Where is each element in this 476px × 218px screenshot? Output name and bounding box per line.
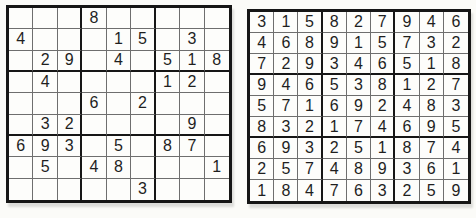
cell-r8c2: 5 xyxy=(33,157,57,178)
cell-r3c3: 9 xyxy=(298,54,322,75)
cell-r6c5 xyxy=(107,115,131,136)
cell-r7c9: 4 xyxy=(444,138,468,159)
cell-r8c1 xyxy=(9,157,33,178)
cell-r5c1 xyxy=(9,93,33,114)
cell-r7c7: 8 xyxy=(156,136,180,157)
cell-r5c6: 2 xyxy=(371,96,395,117)
cell-r9c9 xyxy=(205,179,229,200)
cell-r2c2: 6 xyxy=(274,33,298,54)
cell-r2c4: 9 xyxy=(323,33,347,54)
cell-r8c6 xyxy=(131,157,155,178)
cell-r7c5: 5 xyxy=(347,138,371,159)
cell-r3c7: 5 xyxy=(395,54,419,75)
cell-r1c4: 8 xyxy=(323,12,347,33)
cell-r8c8 xyxy=(180,157,204,178)
cell-r8c4: 4 xyxy=(323,159,347,180)
cell-r9c2: 8 xyxy=(274,180,298,201)
cell-r2c7 xyxy=(156,29,180,50)
sudoku-solution-grid: 3158279464689157327293465189465381275716… xyxy=(247,9,471,204)
cell-r3c9: 8 xyxy=(205,51,229,72)
cell-r6c7: 6 xyxy=(395,117,419,138)
cell-r6c2: 3 xyxy=(33,115,57,136)
cell-r3c4: 3 xyxy=(323,54,347,75)
cell-r5c4: 6 xyxy=(82,93,106,114)
cell-r8c9: 1 xyxy=(444,159,468,180)
cell-r2c1: 4 xyxy=(250,33,274,54)
cell-r4c1: 9 xyxy=(250,75,274,96)
cell-r9c1: 1 xyxy=(250,180,274,201)
cell-r6c5: 7 xyxy=(347,117,371,138)
cell-r8c9: 1 xyxy=(205,157,229,178)
cell-r7c1: 6 xyxy=(9,136,33,157)
cell-r4c9 xyxy=(205,72,229,93)
cell-r2c9: 2 xyxy=(444,33,468,54)
cell-r9c8: 5 xyxy=(420,180,444,201)
cell-r5c2 xyxy=(33,93,57,114)
cell-r3c9: 8 xyxy=(444,54,468,75)
cell-r8c8: 6 xyxy=(420,159,444,180)
cell-r4c5 xyxy=(107,72,131,93)
cell-r1c9 xyxy=(205,8,229,29)
cell-r2c5: 1 xyxy=(107,29,131,50)
cell-r7c8: 7 xyxy=(420,138,444,159)
cell-r1c7: 9 xyxy=(395,12,419,33)
cell-r2c6: 5 xyxy=(131,29,155,50)
cell-r3c4 xyxy=(82,51,106,72)
cell-r4c4 xyxy=(82,72,106,93)
cell-r9c3 xyxy=(58,179,82,200)
cell-r9c3: 4 xyxy=(298,180,322,201)
cell-r7c4: 2 xyxy=(323,138,347,159)
cell-r2c6: 5 xyxy=(371,33,395,54)
cell-r3c3: 9 xyxy=(58,51,82,72)
cell-r1c4: 8 xyxy=(82,8,106,29)
cell-r7c1: 6 xyxy=(250,138,274,159)
cell-r2c3 xyxy=(58,29,82,50)
cell-r8c5: 8 xyxy=(107,157,131,178)
cell-r3c6: 6 xyxy=(371,54,395,75)
cell-r7c6: 1 xyxy=(371,138,395,159)
cell-r4c7: 1 xyxy=(156,72,180,93)
cell-r9c2 xyxy=(33,179,57,200)
cell-r6c8: 9 xyxy=(420,117,444,138)
cell-r1c8: 4 xyxy=(420,12,444,33)
cell-r5c8 xyxy=(180,93,204,114)
cell-r8c6: 9 xyxy=(371,159,395,180)
cell-r8c5: 8 xyxy=(347,159,371,180)
cell-r4c3: 6 xyxy=(298,75,322,96)
cell-r5c7: 4 xyxy=(395,96,419,117)
cell-r9c6: 3 xyxy=(371,180,395,201)
cell-r4c6: 8 xyxy=(371,75,395,96)
cell-r7c2: 9 xyxy=(33,136,57,157)
cell-r6c8: 9 xyxy=(180,115,204,136)
cell-r2c7: 7 xyxy=(395,33,419,54)
cell-r9c9: 9 xyxy=(444,180,468,201)
cell-r7c4 xyxy=(82,136,106,157)
cell-r2c2 xyxy=(33,29,57,50)
cell-r6c4 xyxy=(82,115,106,136)
cell-r5c7 xyxy=(156,93,180,114)
page: 841532945184126232969358754813 315827946… xyxy=(0,0,476,218)
cell-r1c5 xyxy=(107,8,131,29)
cell-r3c8: 1 xyxy=(180,51,204,72)
cell-r7c2: 9 xyxy=(274,138,298,159)
cell-r5c5 xyxy=(107,93,131,114)
cell-r1c1: 3 xyxy=(250,12,274,33)
cell-r4c1 xyxy=(9,72,33,93)
cell-r7c9 xyxy=(205,136,229,157)
cell-r4c4: 5 xyxy=(323,75,347,96)
cell-r5c8: 8 xyxy=(420,96,444,117)
cell-r6c9: 5 xyxy=(444,117,468,138)
cell-r3c2: 2 xyxy=(274,54,298,75)
cell-r1c2: 1 xyxy=(274,12,298,33)
cell-r9c4 xyxy=(82,179,106,200)
cell-r2c8: 3 xyxy=(180,29,204,50)
cell-r6c1 xyxy=(9,115,33,136)
cell-r7c6 xyxy=(131,136,155,157)
cell-r1c5: 2 xyxy=(347,12,371,33)
cell-r9c5 xyxy=(107,179,131,200)
cell-r5c9 xyxy=(205,93,229,114)
cell-r5c5: 9 xyxy=(347,96,371,117)
cell-r8c4: 4 xyxy=(82,157,106,178)
cell-r9c5: 6 xyxy=(347,180,371,201)
cell-r2c3: 8 xyxy=(298,33,322,54)
cell-r4c8: 2 xyxy=(420,75,444,96)
cell-r8c3: 7 xyxy=(298,159,322,180)
cell-r6c3: 2 xyxy=(58,115,82,136)
cell-r9c8 xyxy=(180,179,204,200)
cell-r4c9: 7 xyxy=(444,75,468,96)
cell-r2c9 xyxy=(205,29,229,50)
cell-r9c7: 2 xyxy=(395,180,419,201)
cell-r6c7 xyxy=(156,115,180,136)
cell-r4c3 xyxy=(58,72,82,93)
cell-r3c2: 2 xyxy=(33,51,57,72)
cell-r4c8: 2 xyxy=(180,72,204,93)
cell-r8c2: 5 xyxy=(274,159,298,180)
cell-r6c2: 3 xyxy=(274,117,298,138)
cell-r6c9 xyxy=(205,115,229,136)
sudoku-puzzle-grid: 841532945184126232969358754813 xyxy=(6,5,232,203)
cell-r4c7: 1 xyxy=(395,75,419,96)
cell-r6c1: 8 xyxy=(250,117,274,138)
cell-r3c1: 7 xyxy=(250,54,274,75)
cell-r1c9: 6 xyxy=(444,12,468,33)
cell-r6c6 xyxy=(131,115,155,136)
cell-r1c6 xyxy=(131,8,155,29)
cell-r8c1: 2 xyxy=(250,159,274,180)
cell-r1c2 xyxy=(33,8,57,29)
cell-r9c6: 3 xyxy=(131,179,155,200)
cell-r2c8: 3 xyxy=(420,33,444,54)
cell-r1c7 xyxy=(156,8,180,29)
cell-r6c3: 2 xyxy=(298,117,322,138)
cell-r3c7: 5 xyxy=(156,51,180,72)
cell-r4c6 xyxy=(131,72,155,93)
cell-r2c5: 1 xyxy=(347,33,371,54)
cell-r6c6: 4 xyxy=(371,117,395,138)
cell-r3c6 xyxy=(131,51,155,72)
cell-r7c7: 8 xyxy=(395,138,419,159)
cell-r3c1 xyxy=(9,51,33,72)
cell-r7c8: 7 xyxy=(180,136,204,157)
cell-r5c4: 6 xyxy=(323,96,347,117)
cell-r5c6: 2 xyxy=(131,93,155,114)
cell-r9c7 xyxy=(156,179,180,200)
cell-r3c8: 1 xyxy=(420,54,444,75)
cell-r4c2: 4 xyxy=(33,72,57,93)
cell-r3c5: 4 xyxy=(107,51,131,72)
cell-r8c7: 3 xyxy=(395,159,419,180)
cell-r1c1 xyxy=(9,8,33,29)
cell-r9c1 xyxy=(9,179,33,200)
cell-r5c1: 5 xyxy=(250,96,274,117)
cell-r2c4 xyxy=(82,29,106,50)
cell-r4c5: 3 xyxy=(347,75,371,96)
cell-r7c3: 3 xyxy=(298,138,322,159)
cell-r4c2: 4 xyxy=(274,75,298,96)
cell-r5c3: 1 xyxy=(298,96,322,117)
cell-r8c3 xyxy=(58,157,82,178)
cell-r8c7 xyxy=(156,157,180,178)
cell-r7c3: 3 xyxy=(58,136,82,157)
cell-r1c6: 7 xyxy=(371,12,395,33)
cell-r5c2: 7 xyxy=(274,96,298,117)
cell-r1c3: 5 xyxy=(298,12,322,33)
cell-r7c5: 5 xyxy=(107,136,131,157)
cell-r2c1: 4 xyxy=(9,29,33,50)
cell-r5c3 xyxy=(58,93,82,114)
cell-r1c3 xyxy=(58,8,82,29)
cell-r6c4: 1 xyxy=(323,117,347,138)
cell-r1c8 xyxy=(180,8,204,29)
cell-r5c9: 3 xyxy=(444,96,468,117)
cell-r9c4: 7 xyxy=(323,180,347,201)
cell-r3c5: 4 xyxy=(347,54,371,75)
